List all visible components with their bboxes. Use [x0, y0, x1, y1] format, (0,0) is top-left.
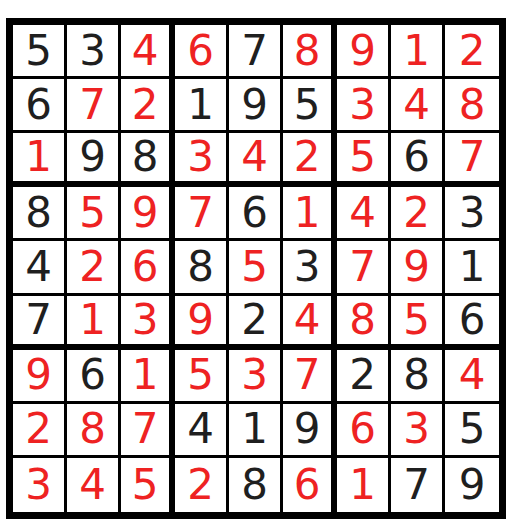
- cell-r2c3[interactable]: 2: [121, 79, 175, 133]
- cell-r7c3[interactable]: 1: [121, 350, 175, 404]
- cell-r2c9[interactable]: 8: [445, 79, 499, 133]
- cell-r5c1[interactable]: 4: [13, 241, 67, 295]
- cell-r7c2[interactable]: 6: [67, 350, 121, 404]
- cell-r6c7[interactable]: 8: [337, 296, 391, 350]
- cell-r4c1[interactable]: 8: [13, 187, 67, 241]
- cell-r9c3[interactable]: 5: [121, 458, 175, 512]
- cell-r1c6[interactable]: 8: [283, 25, 337, 79]
- cell-r7c7[interactable]: 2: [337, 350, 391, 404]
- cell-r8c4[interactable]: 4: [175, 404, 229, 458]
- cell-r5c3[interactable]: 6: [121, 241, 175, 295]
- cell-r2c1[interactable]: 6: [13, 79, 67, 133]
- cell-r6c2[interactable]: 1: [67, 296, 121, 350]
- cell-r1c8[interactable]: 1: [391, 25, 445, 79]
- cell-r2c8[interactable]: 4: [391, 79, 445, 133]
- cell-r3c7[interactable]: 5: [337, 133, 391, 187]
- cell-r9c9[interactable]: 9: [445, 458, 499, 512]
- cell-r1c9[interactable]: 2: [445, 25, 499, 79]
- cell-r6c1[interactable]: 7: [13, 296, 67, 350]
- cell-r2c5[interactable]: 9: [229, 79, 283, 133]
- cell-r1c3[interactable]: 4: [121, 25, 175, 79]
- cell-r4c8[interactable]: 2: [391, 187, 445, 241]
- cell-r7c6[interactable]: 7: [283, 350, 337, 404]
- cell-r4c3[interactable]: 9: [121, 187, 175, 241]
- cell-r3c4[interactable]: 3: [175, 133, 229, 187]
- cell-r5c9[interactable]: 1: [445, 241, 499, 295]
- cell-r6c4[interactable]: 9: [175, 296, 229, 350]
- cell-r8c7[interactable]: 6: [337, 404, 391, 458]
- cell-r6c6[interactable]: 4: [283, 296, 337, 350]
- cell-r1c7[interactable]: 9: [337, 25, 391, 79]
- cell-r6c9[interactable]: 6: [445, 296, 499, 350]
- cell-r4c4[interactable]: 7: [175, 187, 229, 241]
- cell-r9c1[interactable]: 3: [13, 458, 67, 512]
- cell-r5c2[interactable]: 2: [67, 241, 121, 295]
- cell-r5c4[interactable]: 8: [175, 241, 229, 295]
- cell-r5c5[interactable]: 5: [229, 241, 283, 295]
- cell-r7c9[interactable]: 4: [445, 350, 499, 404]
- cell-r7c8[interactable]: 8: [391, 350, 445, 404]
- cell-r8c8[interactable]: 3: [391, 404, 445, 458]
- cell-r3c8[interactable]: 6: [391, 133, 445, 187]
- cell-r9c6[interactable]: 6: [283, 458, 337, 512]
- cell-r8c9[interactable]: 5: [445, 404, 499, 458]
- cell-r8c3[interactable]: 7: [121, 404, 175, 458]
- cell-r3c6[interactable]: 2: [283, 133, 337, 187]
- cell-r2c2[interactable]: 7: [67, 79, 121, 133]
- cell-r2c4[interactable]: 1: [175, 79, 229, 133]
- cell-r7c1[interactable]: 9: [13, 350, 67, 404]
- cell-r6c5[interactable]: 2: [229, 296, 283, 350]
- cell-r5c7[interactable]: 7: [337, 241, 391, 295]
- cell-r2c6[interactable]: 5: [283, 79, 337, 133]
- cell-r3c5[interactable]: 4: [229, 133, 283, 187]
- cell-r3c1[interactable]: 1: [13, 133, 67, 187]
- cell-r4c6[interactable]: 1: [283, 187, 337, 241]
- cell-r1c2[interactable]: 3: [67, 25, 121, 79]
- cell-r9c2[interactable]: 4: [67, 458, 121, 512]
- cell-r4c2[interactable]: 5: [67, 187, 121, 241]
- cell-r4c9[interactable]: 3: [445, 187, 499, 241]
- cell-r8c6[interactable]: 9: [283, 404, 337, 458]
- cell-r8c1[interactable]: 2: [13, 404, 67, 458]
- cell-r4c5[interactable]: 6: [229, 187, 283, 241]
- cell-r6c8[interactable]: 5: [391, 296, 445, 350]
- cell-r1c1[interactable]: 5: [13, 25, 67, 79]
- cell-r7c4[interactable]: 5: [175, 350, 229, 404]
- cell-r5c8[interactable]: 9: [391, 241, 445, 295]
- cell-r9c7[interactable]: 1: [337, 458, 391, 512]
- cell-r8c5[interactable]: 1: [229, 404, 283, 458]
- cell-r7c5[interactable]: 3: [229, 350, 283, 404]
- cell-r3c9[interactable]: 7: [445, 133, 499, 187]
- cell-r5c6[interactable]: 3: [283, 241, 337, 295]
- sudoku-board: 5346789126721953481983425678597614234268…: [6, 18, 506, 519]
- cell-r6c3[interactable]: 3: [121, 296, 175, 350]
- cell-r9c4[interactable]: 2: [175, 458, 229, 512]
- cell-r9c5[interactable]: 8: [229, 458, 283, 512]
- cell-r9c8[interactable]: 7: [391, 458, 445, 512]
- cell-r3c2[interactable]: 9: [67, 133, 121, 187]
- cell-r1c4[interactable]: 6: [175, 25, 229, 79]
- cell-r2c7[interactable]: 3: [337, 79, 391, 133]
- cell-r1c5[interactable]: 7: [229, 25, 283, 79]
- cell-r8c2[interactable]: 8: [67, 404, 121, 458]
- cell-r3c3[interactable]: 8: [121, 133, 175, 187]
- cell-r4c7[interactable]: 4: [337, 187, 391, 241]
